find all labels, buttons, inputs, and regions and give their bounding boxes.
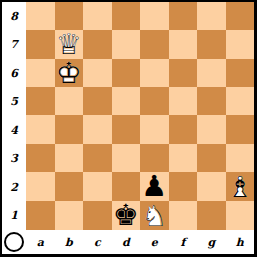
diagram-inner: 8 7 6 5 4 3 2 1 ♛♕♚♔♟♝♗♚♞♘ a b c d e f g… [2,2,254,254]
white-to-move-indicator [4,232,24,252]
square-a5[interactable] [26,87,55,115]
rank-label-8: 8 [2,2,26,31]
chess-board: ♛♕♚♔♟♝♗♚♞♘ [26,2,254,230]
square-a7[interactable] [26,30,55,58]
rank-label-7: 7 [2,31,26,60]
square-h8[interactable] [226,2,255,30]
file-label-d: d [112,230,141,254]
square-c5[interactable] [83,87,112,115]
square-b1[interactable] [55,201,84,230]
square-c8[interactable] [83,2,112,30]
square-a1[interactable] [26,201,55,230]
black-pawn-icon: ♟ [141,172,167,201]
file-label-e: e [140,230,169,254]
square-g3[interactable] [197,144,226,172]
square-h2[interactable]: ♝♗ [226,172,255,201]
square-a8[interactable] [26,2,55,30]
square-b4[interactable] [55,115,84,143]
square-b2[interactable] [55,172,84,201]
square-a3[interactable] [26,144,55,172]
square-f5[interactable] [169,87,198,115]
corner-cell [2,230,26,254]
square-f7[interactable] [169,30,198,58]
square-h6[interactable] [226,59,255,87]
square-c7[interactable] [83,30,112,58]
white-bishop-icon: ♗ [227,172,253,201]
file-label-a: a [26,230,55,254]
square-d7[interactable] [112,30,141,58]
square-b5[interactable] [55,87,84,115]
square-f6[interactable] [169,59,198,87]
square-d3[interactable] [112,144,141,172]
square-c3[interactable] [83,144,112,172]
square-h1[interactable] [226,201,255,230]
square-h5[interactable] [226,87,255,115]
square-g5[interactable] [197,87,226,115]
rank-label-3: 3 [2,145,26,174]
square-b6[interactable]: ♚♔ [55,59,84,87]
square-f3[interactable] [169,144,198,172]
square-h7[interactable] [226,30,255,58]
square-d8[interactable] [112,2,141,30]
square-e1[interactable]: ♞♘ [140,201,169,230]
file-label-g: g [197,230,226,254]
square-d2[interactable] [112,172,141,201]
square-g4[interactable] [197,115,226,143]
black-king-icon: ♚ [113,201,139,230]
square-f1[interactable] [169,201,198,230]
square-f2[interactable] [169,172,198,201]
square-g1[interactable] [197,201,226,230]
square-d6[interactable] [112,59,141,87]
square-g8[interactable] [197,2,226,30]
square-f8[interactable] [169,2,198,30]
square-e7[interactable] [140,30,169,58]
square-g7[interactable] [197,30,226,58]
file-label-c: c [83,230,112,254]
square-f4[interactable] [169,115,198,143]
file-label-b: b [55,230,84,254]
square-a6[interactable] [26,59,55,87]
square-a2[interactable] [26,172,55,201]
square-c6[interactable] [83,59,112,87]
square-e2[interactable]: ♟ [140,172,169,201]
rank-label-6: 6 [2,59,26,88]
white-knight-icon: ♘ [141,201,167,230]
file-label-h: h [226,230,255,254]
square-c2[interactable] [83,172,112,201]
square-a4[interactable] [26,115,55,143]
square-c1[interactable] [83,201,112,230]
square-b3[interactable] [55,144,84,172]
file-labels: a b c d e f g h [26,230,254,254]
square-c4[interactable] [83,115,112,143]
chess-diagram: 8 7 6 5 4 3 2 1 ♛♕♚♔♟♝♗♚♞♘ a b c d e f g… [0,0,257,257]
square-e5[interactable] [140,87,169,115]
square-g2[interactable] [197,172,226,201]
white-king-icon: ♔ [56,58,82,87]
rank-labels: 8 7 6 5 4 3 2 1 [2,2,26,230]
square-d1[interactable]: ♚ [112,201,141,230]
square-e3[interactable] [140,144,169,172]
square-e6[interactable] [140,59,169,87]
square-e4[interactable] [140,115,169,143]
rank-label-5: 5 [2,88,26,117]
square-h4[interactable] [226,115,255,143]
file-label-f: f [169,230,198,254]
rank-label-1: 1 [2,202,26,231]
square-h3[interactable] [226,144,255,172]
square-d4[interactable] [112,115,141,143]
square-e8[interactable] [140,2,169,30]
square-d5[interactable] [112,87,141,115]
rank-label-2: 2 [2,173,26,202]
square-g6[interactable] [197,59,226,87]
rank-label-4: 4 [2,116,26,145]
